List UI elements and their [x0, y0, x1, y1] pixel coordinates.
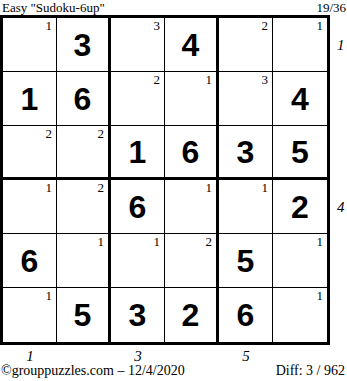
- given-digit: 1: [129, 136, 147, 168]
- cell-r4c5[interactable]: 1: [219, 180, 273, 234]
- cell-r4c1[interactable]: 1: [3, 180, 57, 234]
- given-digit: 6: [21, 245, 39, 277]
- given-digit: 2: [182, 299, 200, 331]
- cell-r4c2[interactable]: 2: [57, 180, 111, 234]
- given-digit: 3: [74, 29, 92, 61]
- pencil-mark: 2: [206, 235, 213, 249]
- cell-r1c4[interactable]: 4: [165, 18, 219, 72]
- column-label-3: 3: [128, 349, 148, 364]
- cell-r5c6[interactable]: 1: [273, 234, 327, 288]
- cell-r5c4[interactable]: 2: [165, 234, 219, 288]
- cell-r1c6[interactable]: 1: [273, 18, 327, 72]
- cell-r6c6[interactable]: 1: [273, 288, 327, 342]
- pencil-mark: 3: [154, 19, 161, 33]
- puzzle-title: Easy "Sudoku-6up": [2, 0, 105, 16]
- given-digit: 6: [237, 299, 255, 331]
- cell-r1c1[interactable]: 1: [3, 18, 57, 72]
- cell-r6c4[interactable]: 2: [165, 288, 219, 342]
- given-digit: 5: [237, 245, 255, 277]
- cell-r5c1[interactable]: 6: [3, 234, 57, 288]
- solved-counter: 19/36: [316, 0, 346, 16]
- sudoku-board: 133421162134221635126112611251153261: [0, 15, 330, 345]
- cell-r6c2[interactable]: 5: [57, 288, 111, 342]
- cell-r3c1[interactable]: 2: [3, 126, 57, 180]
- pencil-mark: 1: [206, 181, 213, 195]
- cell-r4c3[interactable]: 6: [111, 180, 165, 234]
- difficulty-text: Diff: 3 / 962: [276, 363, 345, 379]
- given-digit: 5: [291, 136, 309, 168]
- cell-r6c5[interactable]: 6: [219, 288, 273, 342]
- cell-r1c2[interactable]: 3: [57, 18, 111, 72]
- given-digit: 1: [21, 83, 39, 115]
- cell-r1c3[interactable]: 3: [111, 18, 165, 72]
- cell-r3c6[interactable]: 5: [273, 126, 327, 180]
- pencil-mark: 3: [262, 73, 269, 87]
- cell-r2c5[interactable]: 3: [219, 72, 273, 126]
- given-digit: 4: [182, 29, 200, 61]
- pencil-mark: 1: [262, 181, 269, 195]
- cell-r6c3[interactable]: 3: [111, 288, 165, 342]
- cell-r4c4[interactable]: 1: [165, 180, 219, 234]
- column-label-5: 5: [236, 349, 256, 364]
- pencil-mark: 1: [154, 235, 161, 249]
- copyright-date-text: ©grouppuzzles.com – 12/4/2020: [1, 363, 185, 379]
- pencil-mark: 1: [46, 289, 53, 303]
- puzzle-page: Easy "Sudoku-6up" 19/36 1334211621342216…: [0, 0, 347, 381]
- cell-r1c5[interactable]: 2: [219, 18, 273, 72]
- given-digit: 3: [129, 299, 147, 331]
- cell-r3c3[interactable]: 1: [111, 126, 165, 180]
- pencil-mark: 1: [46, 181, 53, 195]
- cell-r2c2[interactable]: 6: [57, 72, 111, 126]
- row-label-4: 4: [337, 200, 345, 215]
- given-digit: 6: [74, 83, 92, 115]
- pencil-mark: 2: [98, 127, 105, 141]
- cell-r6c1[interactable]: 1: [3, 288, 57, 342]
- row-label-1: 1: [337, 38, 345, 53]
- pencil-mark: 2: [154, 73, 161, 87]
- cell-r3c2[interactable]: 2: [57, 126, 111, 180]
- given-digit: 6: [182, 136, 200, 168]
- pencil-mark: 1: [317, 235, 324, 249]
- cell-r2c3[interactable]: 2: [111, 72, 165, 126]
- pencil-mark: 1: [46, 19, 53, 33]
- cell-r5c2[interactable]: 1: [57, 234, 111, 288]
- column-label-1: 1: [20, 349, 40, 364]
- cell-r4c6[interactable]: 2: [273, 180, 327, 234]
- cell-r2c4[interactable]: 1: [165, 72, 219, 126]
- cell-r3c4[interactable]: 6: [165, 126, 219, 180]
- given-digit: 5: [74, 299, 92, 331]
- cell-r2c1[interactable]: 1: [3, 72, 57, 126]
- cell-r3c5[interactable]: 3: [219, 126, 273, 180]
- cell-r2c6[interactable]: 4: [273, 72, 327, 126]
- pencil-mark: 2: [46, 127, 53, 141]
- pencil-mark: 2: [98, 181, 105, 195]
- given-digit: 6: [129, 191, 147, 223]
- cell-r5c3[interactable]: 1: [111, 234, 165, 288]
- pencil-mark: 2: [262, 19, 269, 33]
- pencil-mark: 1: [317, 19, 324, 33]
- pencil-mark: 1: [317, 289, 324, 303]
- given-digit: 2: [291, 191, 309, 223]
- pencil-mark: 1: [98, 235, 105, 249]
- cell-r5c5[interactable]: 5: [219, 234, 273, 288]
- given-digit: 4: [291, 83, 309, 115]
- pencil-mark: 1: [206, 73, 213, 87]
- given-digit: 3: [237, 136, 255, 168]
